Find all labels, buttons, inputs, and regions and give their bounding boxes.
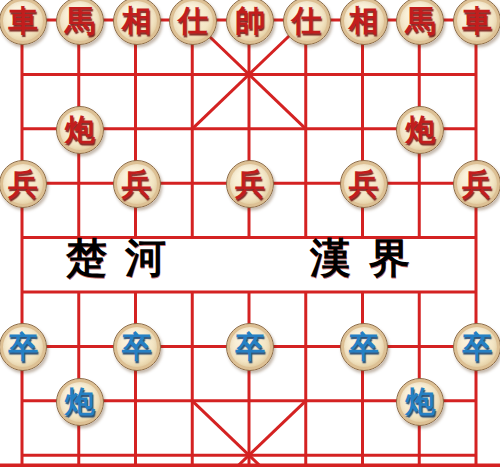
piece-red-soldier-1[interactable]: 兵	[0, 160, 47, 208]
river-label-han-jie: 漢界	[310, 238, 428, 279]
piece-red-advisor-right[interactable]: 仕	[283, 0, 331, 45]
piece-glyph: 卒	[235, 332, 265, 362]
piece-glyph: 炮	[65, 115, 95, 145]
piece-blue-soldier-5[interactable]: 卒	[453, 323, 500, 371]
piece-glyph: 兵	[122, 169, 152, 199]
piece-glyph: 馬	[65, 6, 95, 36]
piece-glyph: 兵	[349, 169, 379, 199]
piece-glyph: 卒	[122, 332, 152, 362]
piece-glyph: 卒	[8, 332, 38, 362]
piece-red-cannon-right[interactable]: 炮	[396, 106, 444, 154]
piece-glyph: 車	[8, 6, 38, 36]
piece-glyph: 炮	[405, 115, 435, 145]
piece-glyph: 卒	[349, 332, 379, 362]
piece-red-soldier-4[interactable]: 兵	[340, 160, 388, 208]
piece-blue-cannon-right[interactable]: 炮	[396, 378, 444, 426]
piece-red-soldier-2[interactable]: 兵	[113, 160, 161, 208]
piece-glyph: 炮	[405, 387, 435, 417]
piece-red-chariot-right[interactable]: 車	[453, 0, 500, 45]
piece-glyph: 卒	[462, 332, 492, 362]
piece-red-cannon-left[interactable]: 炮	[56, 106, 104, 154]
piece-glyph: 帥	[235, 6, 265, 36]
piece-blue-soldier-4[interactable]: 卒	[340, 323, 388, 371]
xiangqi-board: 楚河 漢界 車馬相仕帥仕相馬車炮炮兵兵兵兵兵卒卒卒卒卒炮炮	[0, 0, 500, 467]
piece-red-soldier-3[interactable]: 兵	[226, 160, 274, 208]
piece-glyph: 兵	[235, 169, 265, 199]
piece-red-horse-left[interactable]: 馬	[56, 0, 104, 45]
piece-glyph: 仕	[292, 6, 322, 36]
piece-blue-soldier-2[interactable]: 卒	[113, 323, 161, 371]
piece-glyph: 相	[349, 6, 379, 36]
piece-glyph: 炮	[65, 387, 95, 417]
river-label-chu-he: 楚河	[66, 238, 184, 279]
piece-red-soldier-5[interactable]: 兵	[453, 160, 500, 208]
piece-glyph: 馬	[405, 6, 435, 36]
piece-glyph: 車	[462, 6, 492, 36]
piece-glyph: 兵	[462, 169, 492, 199]
piece-red-elephant-left[interactable]: 相	[113, 0, 161, 45]
piece-glyph: 兵	[8, 169, 38, 199]
piece-glyph: 相	[122, 6, 152, 36]
piece-glyph: 仕	[178, 6, 208, 36]
piece-blue-cannon-left[interactable]: 炮	[56, 378, 104, 426]
piece-red-elephant-right[interactable]: 相	[340, 0, 388, 45]
